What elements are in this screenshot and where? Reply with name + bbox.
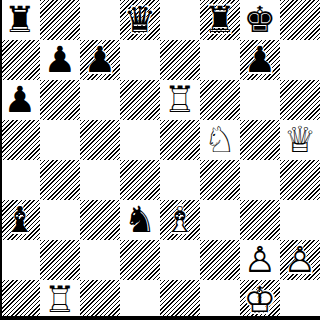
square-f4[interactable] xyxy=(200,160,240,200)
piece-black-pawn: ♟♟ xyxy=(0,80,40,120)
square-b2[interactable] xyxy=(40,240,80,280)
square-d8[interactable]: ♛♛ xyxy=(120,0,160,40)
piece-glyph: ♔ xyxy=(240,280,280,320)
square-b7[interactable]: ♟♟ xyxy=(40,40,80,80)
square-g6[interactable] xyxy=(240,80,280,120)
piece-glyph: ♜ xyxy=(200,0,240,40)
piece-black-king: ♚♚ xyxy=(240,0,280,40)
square-f5[interactable]: ♞♞♘ xyxy=(200,120,240,160)
square-g5[interactable] xyxy=(240,120,280,160)
piece-black-rook: ♜♜ xyxy=(200,0,240,40)
piece-black-pawn: ♟♟ xyxy=(40,40,80,80)
piece-glyph: ♝ xyxy=(0,200,40,240)
square-f2[interactable] xyxy=(200,240,240,280)
square-e2[interactable] xyxy=(160,240,200,280)
square-e4[interactable] xyxy=(160,160,200,200)
piece-white-pawn: ♟♟♙ xyxy=(280,240,320,280)
piece-glyph: ♕ xyxy=(280,120,320,160)
square-g2[interactable]: ♟♟♙ xyxy=(240,240,280,280)
square-d7[interactable] xyxy=(120,40,160,80)
square-h4[interactable] xyxy=(280,160,320,200)
piece-glyph: ♙ xyxy=(240,240,280,280)
square-d1[interactable] xyxy=(120,280,160,320)
square-d5[interactable] xyxy=(120,120,160,160)
piece-glyph: ♞ xyxy=(120,200,160,240)
square-a6[interactable]: ♟♟ xyxy=(0,80,40,120)
square-b8[interactable] xyxy=(40,0,80,40)
piece-white-queen: ♛♛♕ xyxy=(280,120,320,160)
square-e5[interactable] xyxy=(160,120,200,160)
piece-glyph: ♟ xyxy=(0,80,40,120)
square-h3[interactable] xyxy=(280,200,320,240)
square-f1[interactable] xyxy=(200,280,240,320)
square-d3[interactable]: ♞♞ xyxy=(120,200,160,240)
square-a4[interactable] xyxy=(0,160,40,200)
square-c5[interactable] xyxy=(80,120,120,160)
square-f7[interactable] xyxy=(200,40,240,80)
piece-black-knight: ♞♞ xyxy=(120,200,160,240)
square-h6[interactable] xyxy=(280,80,320,120)
square-h7[interactable] xyxy=(280,40,320,80)
square-d4[interactable] xyxy=(120,160,160,200)
square-g8[interactable]: ♚♚ xyxy=(240,0,280,40)
piece-black-queen: ♛♛ xyxy=(120,0,160,40)
square-d6[interactable] xyxy=(120,80,160,120)
piece-white-pawn: ♟♟♙ xyxy=(240,240,280,280)
square-a3[interactable]: ♝♝ xyxy=(0,200,40,240)
square-h5[interactable]: ♛♛♕ xyxy=(280,120,320,160)
square-b5[interactable] xyxy=(40,120,80,160)
square-g3[interactable] xyxy=(240,200,280,240)
piece-glyph: ♛ xyxy=(120,0,160,40)
piece-white-king: ♚♚♔ xyxy=(240,280,280,320)
piece-black-bishop: ♝♝ xyxy=(0,200,40,240)
piece-glyph: ♟ xyxy=(80,40,120,80)
piece-black-pawn: ♟♟ xyxy=(80,40,120,80)
piece-glyph: ♜ xyxy=(0,0,40,40)
square-b1[interactable]: ♜♜♖ xyxy=(40,280,80,320)
square-g7[interactable]: ♟♟ xyxy=(240,40,280,80)
square-c8[interactable] xyxy=(80,0,120,40)
piece-glyph: ♘ xyxy=(200,120,240,160)
piece-white-bishop: ♝♝♗ xyxy=(160,200,200,240)
square-f6[interactable] xyxy=(200,80,240,120)
square-e3[interactable]: ♝♝♗ xyxy=(160,200,200,240)
square-b6[interactable] xyxy=(40,80,80,120)
square-b4[interactable] xyxy=(40,160,80,200)
piece-black-pawn: ♟♟ xyxy=(240,40,280,80)
square-c3[interactable] xyxy=(80,200,120,240)
square-e6[interactable]: ♜♜♖ xyxy=(160,80,200,120)
piece-glyph: ♗ xyxy=(160,200,200,240)
square-e8[interactable] xyxy=(160,0,200,40)
piece-glyph: ♟ xyxy=(40,40,80,80)
square-h2[interactable]: ♟♟♙ xyxy=(280,240,320,280)
square-f8[interactable]: ♜♜ xyxy=(200,0,240,40)
piece-glyph: ♙ xyxy=(280,240,320,280)
square-a2[interactable] xyxy=(0,240,40,280)
square-c4[interactable] xyxy=(80,160,120,200)
piece-black-rook: ♜♜ xyxy=(0,0,40,40)
piece-glyph: ♖ xyxy=(40,280,80,320)
square-h8[interactable] xyxy=(280,0,320,40)
piece-white-rook: ♜♜♖ xyxy=(160,80,200,120)
piece-glyph: ♟ xyxy=(240,40,280,80)
piece-white-knight: ♞♞♘ xyxy=(200,120,240,160)
square-a5[interactable] xyxy=(0,120,40,160)
square-h1[interactable] xyxy=(280,280,320,320)
square-a8[interactable]: ♜♜ xyxy=(0,0,40,40)
square-d2[interactable] xyxy=(120,240,160,280)
piece-glyph: ♚ xyxy=(240,0,280,40)
square-c6[interactable] xyxy=(80,80,120,120)
chess-board: ♜♜♛♛♜♜♚♚♟♟♟♟♟♟♟♟♜♜♖♞♞♘♛♛♕♝♝♞♞♝♝♗♟♟♙♟♟♙♜♜… xyxy=(0,0,320,320)
piece-glyph: ♖ xyxy=(160,80,200,120)
square-a1[interactable] xyxy=(0,280,40,320)
square-f3[interactable] xyxy=(200,200,240,240)
square-b3[interactable] xyxy=(40,200,80,240)
square-c1[interactable] xyxy=(80,280,120,320)
square-a7[interactable] xyxy=(0,40,40,80)
square-g4[interactable] xyxy=(240,160,280,200)
square-g1[interactable]: ♚♚♔ xyxy=(240,280,280,320)
square-c7[interactable]: ♟♟ xyxy=(80,40,120,80)
square-e1[interactable] xyxy=(160,280,200,320)
square-c2[interactable] xyxy=(80,240,120,280)
square-e7[interactable] xyxy=(160,40,200,80)
piece-white-rook: ♜♜♖ xyxy=(40,280,80,320)
